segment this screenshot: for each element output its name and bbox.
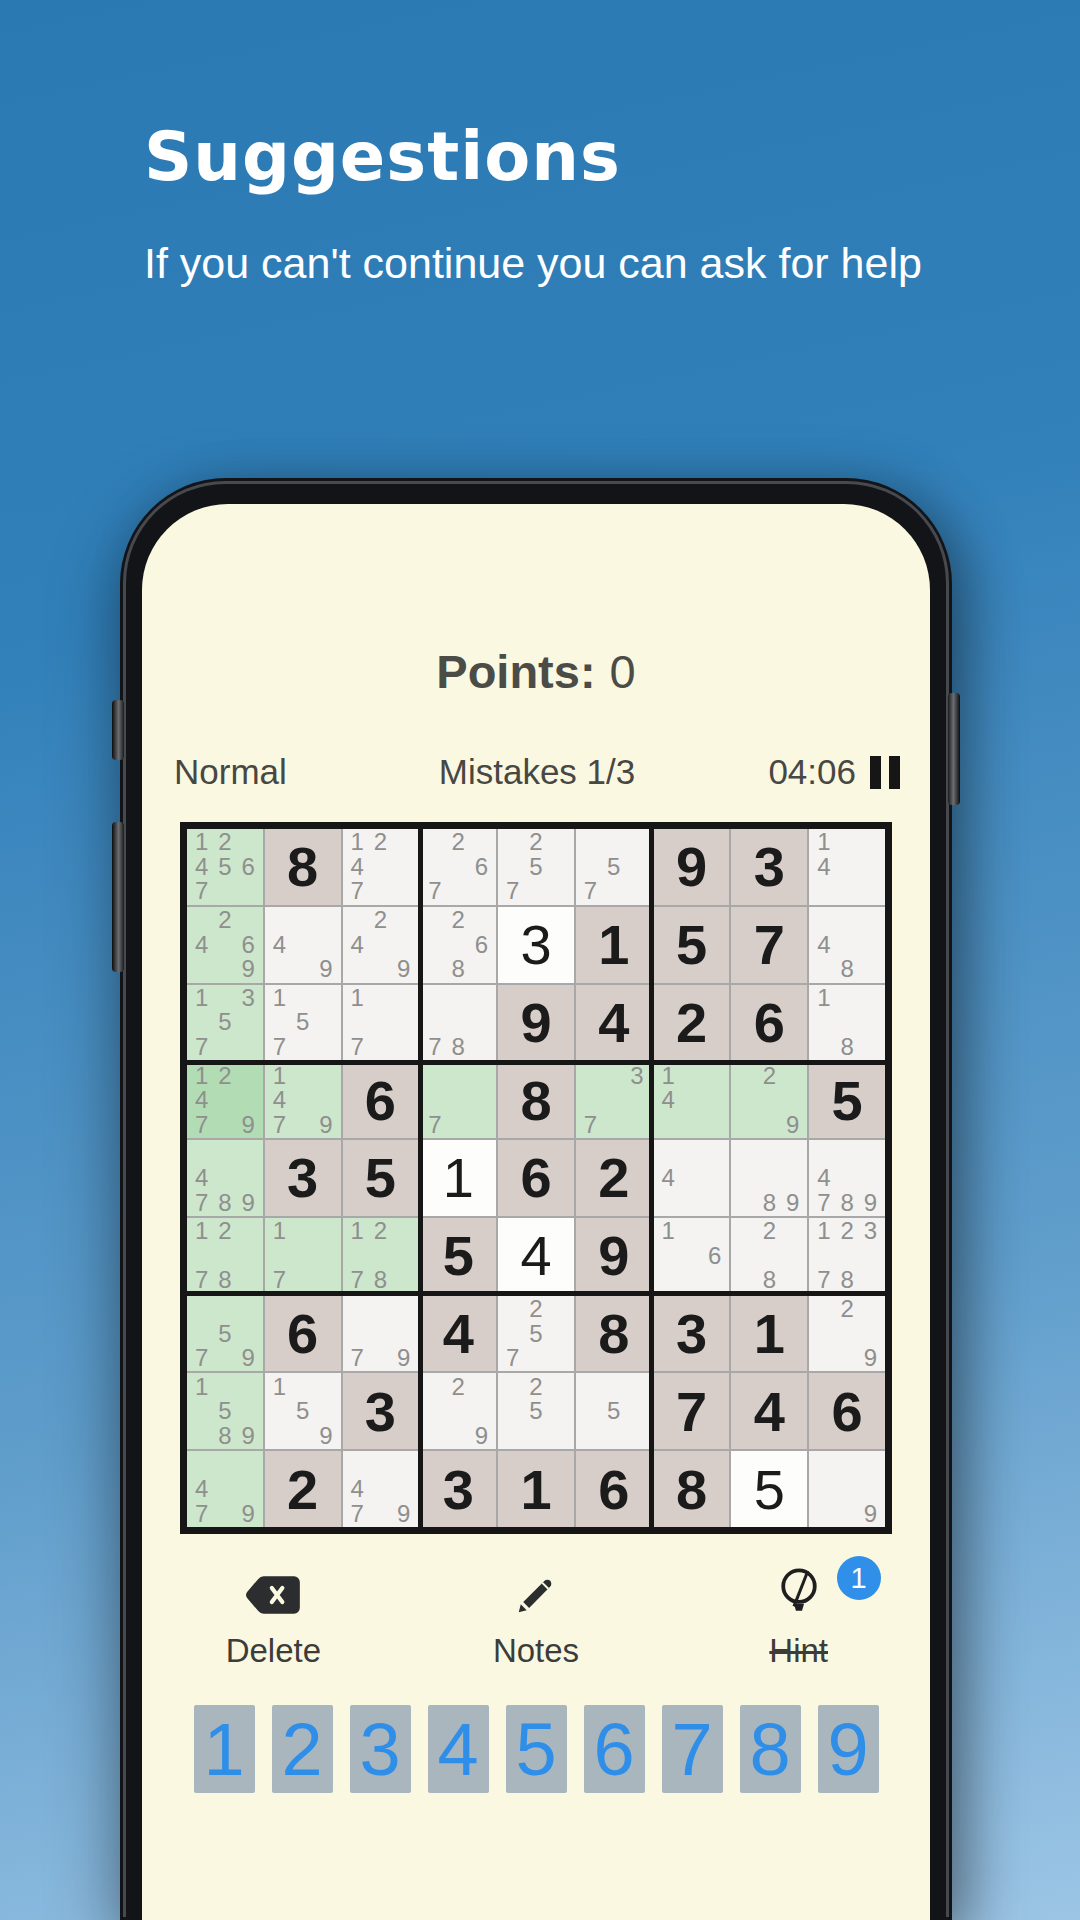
note-digit: 7 xyxy=(812,1190,835,1215)
note-digit: 7 xyxy=(190,1346,213,1371)
user-digit: 4 xyxy=(498,1218,574,1294)
note-digit: 1 xyxy=(190,1374,213,1399)
note-digit: 9 xyxy=(781,1113,804,1138)
note-digit: 2 xyxy=(447,830,470,855)
cell-r9c5[interactable]: 1 xyxy=(498,1451,574,1527)
given-digit: 4 xyxy=(576,985,652,1061)
note-digit: 9 xyxy=(314,1424,337,1449)
note-digit: 4 xyxy=(346,1477,369,1502)
cell-r5c3[interactable]: 5 xyxy=(343,1140,419,1216)
note-digit: 2 xyxy=(213,830,236,855)
pencil-notes: 1589 xyxy=(190,1374,260,1448)
note-digit: 3 xyxy=(859,1219,882,1244)
numpad-key-9[interactable]: 9 xyxy=(818,1705,879,1793)
note-digit: 4 xyxy=(812,1166,835,1191)
pencil-notes: 29 xyxy=(423,1374,493,1448)
note-digit: 7 xyxy=(346,879,369,904)
note-digit: 6 xyxy=(237,855,260,880)
note-digit: 2 xyxy=(369,830,392,855)
pencil-notes: 1278 xyxy=(346,1219,416,1293)
numpad-key-6[interactable]: 6 xyxy=(584,1705,645,1793)
note-digit: 9 xyxy=(314,957,337,982)
note-digit: 5 xyxy=(524,1321,547,1346)
page-subtitle: If you can't continue you can ask for he… xyxy=(144,234,924,292)
pencil-notes: 79 xyxy=(346,1297,416,1371)
given-digit: 3 xyxy=(420,1451,496,1527)
note-digit: 4 xyxy=(190,932,213,957)
notes-label: Notes xyxy=(493,1632,579,1670)
given-digit: 2 xyxy=(265,1451,341,1527)
pencil-notes: 4 xyxy=(657,1141,727,1215)
note-digit: 1 xyxy=(812,986,835,1011)
cell-r4c1[interactable]: 12479 xyxy=(187,1062,263,1138)
note-digit: 2 xyxy=(447,1374,470,1399)
pencil-notes: 48 xyxy=(812,908,882,982)
cell-r3c6[interactable]: 4 xyxy=(576,985,652,1061)
note-digit: 1 xyxy=(268,1374,291,1399)
note-digit: 8 xyxy=(369,1268,392,1293)
note-digit: 2 xyxy=(835,1219,858,1244)
note-digit: 8 xyxy=(447,1035,470,1060)
cell-r2c2[interactable]: 49 xyxy=(265,907,341,983)
note-digit: 7 xyxy=(501,879,524,904)
cell-r5c4[interactable]: 1 xyxy=(420,1140,496,1216)
cell-r4c6[interactable]: 37 xyxy=(576,1062,652,1138)
note-digit: 7 xyxy=(190,1268,213,1293)
cell-r4c7[interactable]: 14 xyxy=(654,1062,730,1138)
background: Suggestions If you can't continue you ca… xyxy=(0,0,1080,1920)
pencil-notes: 1479 xyxy=(268,1063,338,1137)
given-digit: 4 xyxy=(731,1373,807,1449)
given-digit: 3 xyxy=(654,1296,730,1372)
cell-r5c7[interactable]: 4 xyxy=(654,1140,730,1216)
note-digit: 8 xyxy=(213,1190,236,1215)
cell-r5c1[interactable]: 4789 xyxy=(187,1140,263,1216)
cell-r5c8[interactable]: 89 xyxy=(731,1140,807,1216)
note-digit: 9 xyxy=(392,1346,415,1371)
cell-r8c8[interactable]: 4 xyxy=(731,1373,807,1449)
cell-r1c8[interactable]: 3 xyxy=(731,829,807,905)
note-digit: 2 xyxy=(835,1297,858,1322)
cell-r8c2[interactable]: 159 xyxy=(265,1373,341,1449)
cell-r1c6[interactable]: 57 xyxy=(576,829,652,905)
cell-r1c2[interactable]: 8 xyxy=(265,829,341,905)
cell-r1c7[interactable]: 9 xyxy=(654,829,730,905)
hero: Suggestions If you can't continue you ca… xyxy=(144,118,1000,292)
cell-r7c1[interactable]: 579 xyxy=(187,1296,263,1372)
note-digit: 7 xyxy=(812,1268,835,1293)
cell-r9c4[interactable]: 3 xyxy=(420,1451,496,1527)
note-digit: 7 xyxy=(579,879,602,904)
cell-r5c6[interactable]: 2 xyxy=(576,1140,652,1216)
points-label: Points: xyxy=(436,645,595,698)
note-digit: 6 xyxy=(470,932,493,957)
note-digit: 8 xyxy=(447,957,470,982)
note-digit: 2 xyxy=(213,908,236,933)
pencil-notes: 157 xyxy=(268,986,338,1060)
numpad-key-2[interactable]: 2 xyxy=(272,1705,333,1793)
cell-r6c3[interactable]: 1278 xyxy=(343,1218,419,1294)
cell-r7c4[interactable]: 4 xyxy=(420,1296,496,1372)
given-digit: 6 xyxy=(343,1062,419,1138)
note-digit: 8 xyxy=(758,1268,781,1293)
note-digit: 7 xyxy=(190,879,213,904)
given-digit: 9 xyxy=(654,829,730,905)
given-digit: 8 xyxy=(498,1062,574,1138)
given-digit: 6 xyxy=(265,1296,341,1372)
cell-r9c6[interactable]: 6 xyxy=(576,1451,652,1527)
note-digit: 2 xyxy=(524,1374,547,1399)
note-digit: 9 xyxy=(237,1424,260,1449)
note-digit: 5 xyxy=(213,1010,236,1035)
pencil-notes: 2469 xyxy=(190,908,260,982)
note-digit: 7 xyxy=(268,1268,291,1293)
cell-r6c7[interactable]: 16 xyxy=(654,1218,730,1294)
note-digit: 1 xyxy=(268,986,291,1011)
given-digit: 1 xyxy=(498,1451,574,1527)
cell-r2c8[interactable]: 7 xyxy=(731,907,807,983)
cell-r8c5[interactable]: 25 xyxy=(498,1373,574,1449)
pencil-notes: 29 xyxy=(734,1063,804,1137)
note-digit: 1 xyxy=(268,1063,291,1088)
note-digit: 5 xyxy=(524,1399,547,1424)
cell-r8c7[interactable]: 7 xyxy=(654,1373,730,1449)
cell-r4c9[interactable]: 5 xyxy=(809,1062,885,1138)
pencil-notes: 5 xyxy=(579,1374,649,1448)
cell-r4c8[interactable]: 29 xyxy=(731,1062,807,1138)
note-digit: 7 xyxy=(346,1035,369,1060)
lightbulb-slash-icon xyxy=(773,1566,825,1624)
cell-r2c3[interactable]: 249 xyxy=(343,907,419,983)
note-digit: 8 xyxy=(758,1190,781,1215)
given-digit: 6 xyxy=(809,1373,885,1449)
note-digit: 9 xyxy=(470,1424,493,1449)
note-digit: 8 xyxy=(835,1268,858,1293)
cell-r7c5[interactable]: 257 xyxy=(498,1296,574,1372)
note-digit: 8 xyxy=(835,1035,858,1060)
note-digit: 9 xyxy=(237,1113,260,1138)
note-digit: 4 xyxy=(268,932,291,957)
cell-r1c9[interactable]: 14 xyxy=(809,829,885,905)
pencil-notes: 89 xyxy=(734,1141,804,1215)
pencil-notes: 124567 xyxy=(190,830,260,904)
pencil-notes: 37 xyxy=(579,1063,649,1137)
cell-r2c9[interactable]: 48 xyxy=(809,907,885,983)
note-digit: 4 xyxy=(190,855,213,880)
pencil-icon xyxy=(513,1572,559,1618)
pencil-notes: 4789 xyxy=(190,1141,260,1215)
cell-r3c4[interactable]: 78 xyxy=(420,985,496,1061)
note-digit: 2 xyxy=(758,1219,781,1244)
cell-r3c2[interactable]: 157 xyxy=(265,985,341,1061)
note-digit: 1 xyxy=(190,830,213,855)
cell-r5c9[interactable]: 4789 xyxy=(809,1140,885,1216)
points-display: Points:0 xyxy=(142,644,930,699)
notes-button[interactable]: Notes xyxy=(405,1566,668,1670)
given-digit: 3 xyxy=(343,1373,419,1449)
note-digit: 6 xyxy=(470,855,493,880)
cell-r3c7[interactable]: 2 xyxy=(654,985,730,1061)
cell-r4c2[interactable]: 1479 xyxy=(265,1062,341,1138)
note-digit: 4 xyxy=(346,855,369,880)
given-digit: 5 xyxy=(420,1218,496,1294)
cell-r6c9[interactable]: 12378 xyxy=(809,1218,885,1294)
numpad-key-7[interactable]: 7 xyxy=(662,1705,723,1793)
note-digit: 2 xyxy=(524,1297,547,1322)
pencil-notes: 28 xyxy=(734,1219,804,1293)
pencil-notes: 1357 xyxy=(190,986,260,1060)
given-digit: 7 xyxy=(654,1373,730,1449)
note-digit: 8 xyxy=(835,1190,858,1215)
cell-r5c2[interactable]: 3 xyxy=(265,1140,341,1216)
cell-r2c7[interactable]: 5 xyxy=(654,907,730,983)
given-digit: 4 xyxy=(420,1296,496,1372)
pencil-notes: 12479 xyxy=(190,1063,260,1137)
cell-r2c4[interactable]: 268 xyxy=(420,907,496,983)
note-digit: 9 xyxy=(237,1501,260,1526)
note-digit: 1 xyxy=(812,1219,835,1244)
given-digit: 3 xyxy=(265,1140,341,1216)
note-digit: 7 xyxy=(268,1035,291,1060)
note-digit: 1 xyxy=(346,830,369,855)
number-pad: 123456789 xyxy=(142,1705,930,1793)
hint-count-badge: 1 xyxy=(837,1556,881,1600)
cell-r6c5[interactable]: 4 xyxy=(498,1218,574,1294)
given-digit: 7 xyxy=(731,907,807,983)
note-digit: 5 xyxy=(213,855,236,880)
cell-r8c6[interactable]: 5 xyxy=(576,1373,652,1449)
numpad-key-4[interactable]: 4 xyxy=(428,1705,489,1793)
cell-r4c4[interactable]: 7 xyxy=(420,1062,496,1138)
timer-value: 04:06 xyxy=(768,752,856,792)
note-digit: 1 xyxy=(657,1063,680,1088)
user-digit: 3 xyxy=(498,907,574,983)
cell-r8c9[interactable]: 6 xyxy=(809,1373,885,1449)
hint-button[interactable]: 1 Hint xyxy=(667,1566,930,1670)
note-digit: 9 xyxy=(237,957,260,982)
note-digit: 2 xyxy=(369,908,392,933)
note-digit: 6 xyxy=(237,932,260,957)
pencil-notes: 29 xyxy=(812,1297,882,1371)
cell-r7c2[interactable]: 6 xyxy=(265,1296,341,1372)
given-digit: 1 xyxy=(576,907,652,983)
note-digit: 1 xyxy=(268,1219,291,1244)
pencil-notes: 17 xyxy=(346,986,416,1060)
difficulty-label: Normal xyxy=(174,752,416,792)
given-digit: 6 xyxy=(576,1451,652,1527)
note-digit: 7 xyxy=(346,1346,369,1371)
cell-r5c5[interactable]: 6 xyxy=(498,1140,574,1216)
note-digit: 7 xyxy=(190,1190,213,1215)
note-digit: 7 xyxy=(423,1035,446,1060)
note-digit: 9 xyxy=(859,1501,882,1526)
note-digit: 1 xyxy=(657,1219,680,1244)
given-digit: 2 xyxy=(654,985,730,1061)
note-digit: 4 xyxy=(190,1477,213,1502)
note-digit: 9 xyxy=(237,1190,260,1215)
pencil-notes: 1247 xyxy=(346,830,416,904)
note-digit: 1 xyxy=(812,830,835,855)
pencil-notes: 78 xyxy=(423,986,493,1060)
volume-button xyxy=(112,822,124,972)
power-button xyxy=(948,693,960,805)
cell-r2c6[interactable]: 1 xyxy=(576,907,652,983)
note-digit: 4 xyxy=(268,1088,291,1113)
numpad-key-3[interactable]: 3 xyxy=(350,1705,411,1793)
note-digit: 6 xyxy=(703,1243,726,1268)
pencil-notes: 57 xyxy=(579,830,649,904)
cell-r6c6[interactable]: 9 xyxy=(576,1218,652,1294)
cell-r7c3[interactable]: 79 xyxy=(343,1296,419,1372)
pencil-notes: 18 xyxy=(812,986,882,1060)
cell-r7c9[interactable]: 29 xyxy=(809,1296,885,1372)
delete-button[interactable]: Delete xyxy=(142,1566,405,1670)
cell-r2c1[interactable]: 2469 xyxy=(187,907,263,983)
cell-r6c8[interactable]: 28 xyxy=(731,1218,807,1294)
note-digit: 5 xyxy=(213,1321,236,1346)
note-digit: 1 xyxy=(190,1219,213,1244)
note-digit: 2 xyxy=(447,908,470,933)
given-digit: 9 xyxy=(576,1218,652,1294)
note-digit: 5 xyxy=(291,1399,314,1424)
note-digit: 1 xyxy=(190,986,213,1011)
note-digit: 9 xyxy=(392,957,415,982)
points-value: 0 xyxy=(610,645,636,698)
note-digit: 1 xyxy=(346,986,369,1011)
pencil-notes: 49 xyxy=(268,908,338,982)
cell-r7c7[interactable]: 3 xyxy=(654,1296,730,1372)
cell-r3c1[interactable]: 1357 xyxy=(187,985,263,1061)
pencil-notes: 1278 xyxy=(190,1219,260,1293)
note-digit: 5 xyxy=(524,855,547,880)
cell-r2c5[interactable]: 3 xyxy=(498,907,574,983)
status-bar: Normal Mistakes 1/3 04:06 xyxy=(174,752,900,792)
pencil-notes: 4789 xyxy=(812,1141,882,1215)
cell-r3c9[interactable]: 18 xyxy=(809,985,885,1061)
pencil-notes: 268 xyxy=(423,908,493,982)
given-digit: 5 xyxy=(343,1140,419,1216)
cell-r6c1[interactable]: 1278 xyxy=(187,1218,263,1294)
phone-mockup: Points:0 Normal Mistakes 1/3 04:06 12456… xyxy=(120,478,952,1920)
sudoku-board: 1245678124726725757931424694924926831574… xyxy=(180,822,892,1534)
note-digit: 7 xyxy=(190,1501,213,1526)
pause-button[interactable] xyxy=(870,756,900,789)
given-digit: 8 xyxy=(265,829,341,905)
cell-r6c4[interactable]: 5 xyxy=(420,1218,496,1294)
note-digit: 4 xyxy=(190,1166,213,1191)
given-digit: 5 xyxy=(809,1062,885,1138)
note-digit: 1 xyxy=(346,1219,369,1244)
note-digit: 5 xyxy=(291,1010,314,1035)
cell-r6c2[interactable]: 17 xyxy=(265,1218,341,1294)
note-digit: 5 xyxy=(602,1399,625,1424)
note-digit: 2 xyxy=(369,1219,392,1244)
hint-label: Hint xyxy=(769,1632,828,1670)
cell-r3c5[interactable]: 9 xyxy=(498,985,574,1061)
note-digit: 4 xyxy=(812,932,835,957)
note-digit: 9 xyxy=(314,1113,337,1138)
cell-r7c6[interactable]: 8 xyxy=(576,1296,652,1372)
cell-r3c8[interactable]: 6 xyxy=(731,985,807,1061)
note-digit: 4 xyxy=(346,932,369,957)
cell-r3c3[interactable]: 17 xyxy=(343,985,419,1061)
note-digit: 7 xyxy=(190,1035,213,1060)
note-digit: 7 xyxy=(501,1346,524,1371)
pencil-notes: 267 xyxy=(423,830,493,904)
cell-r1c1[interactable]: 124567 xyxy=(187,829,263,905)
note-digit: 8 xyxy=(835,957,858,982)
cell-r1c4[interactable]: 267 xyxy=(420,829,496,905)
note-digit: 2 xyxy=(758,1063,781,1088)
given-digit: 9 xyxy=(498,985,574,1061)
given-digit: 1 xyxy=(731,1296,807,1372)
cell-r4c3[interactable]: 6 xyxy=(343,1062,419,1138)
volume-button xyxy=(112,700,124,760)
pencil-notes: 257 xyxy=(501,1297,571,1371)
cell-r1c5[interactable]: 257 xyxy=(498,829,574,905)
note-digit: 9 xyxy=(237,1346,260,1371)
note-digit: 4 xyxy=(657,1166,680,1191)
note-digit: 7 xyxy=(190,1113,213,1138)
cell-r8c4[interactable]: 29 xyxy=(420,1373,496,1449)
note-digit: 5 xyxy=(213,1399,236,1424)
note-digit: 8 xyxy=(213,1424,236,1449)
cell-r9c2[interactable]: 2 xyxy=(265,1451,341,1527)
note-digit: 1 xyxy=(190,1063,213,1088)
pencil-notes: 159 xyxy=(268,1374,338,1448)
note-digit: 3 xyxy=(237,986,260,1011)
note-digit: 9 xyxy=(392,1501,415,1526)
numpad-key-1[interactable]: 1 xyxy=(194,1705,255,1793)
cell-r8c1[interactable]: 1589 xyxy=(187,1373,263,1449)
note-digit: 9 xyxy=(859,1190,882,1215)
note-digit: 2 xyxy=(524,830,547,855)
given-digit: 6 xyxy=(731,985,807,1061)
note-digit: 7 xyxy=(346,1501,369,1526)
numpad-key-8[interactable]: 8 xyxy=(740,1705,801,1793)
cell-r4c5[interactable]: 8 xyxy=(498,1062,574,1138)
cell-r9c3[interactable]: 479 xyxy=(343,1451,419,1527)
delete-label: Delete xyxy=(226,1632,321,1670)
note-digit: 8 xyxy=(213,1268,236,1293)
pencil-notes: 479 xyxy=(346,1452,416,1526)
note-digit: 4 xyxy=(657,1088,680,1113)
cell-r1c3[interactable]: 1247 xyxy=(343,829,419,905)
user-digit: 5 xyxy=(731,1451,807,1527)
pencil-notes: 479 xyxy=(190,1452,260,1526)
mistakes-label: Mistakes 1/3 xyxy=(416,752,658,792)
cell-r7c8[interactable]: 1 xyxy=(731,1296,807,1372)
pencil-notes: 25 xyxy=(501,1374,571,1448)
pencil-notes: 7 xyxy=(423,1063,493,1137)
cell-r9c1[interactable]: 479 xyxy=(187,1451,263,1527)
cell-r9c8[interactable]: 5 xyxy=(731,1451,807,1527)
cell-r8c3[interactable]: 3 xyxy=(343,1373,419,1449)
user-digit: 1 xyxy=(420,1140,496,1216)
pencil-notes: 579 xyxy=(190,1297,260,1371)
page-title: Suggestions xyxy=(144,118,1000,196)
backspace-icon xyxy=(245,1575,301,1615)
note-digit: 7 xyxy=(423,879,446,904)
note-digit: 7 xyxy=(423,1113,446,1138)
pencil-notes: 17 xyxy=(268,1219,338,1293)
cell-r9c7[interactable]: 8 xyxy=(654,1451,730,1527)
note-digit: 4 xyxy=(190,1088,213,1113)
numpad-key-5[interactable]: 5 xyxy=(506,1705,567,1793)
given-digit: 2 xyxy=(576,1140,652,1216)
note-digit: 4 xyxy=(812,855,835,880)
cell-r9c9[interactable]: 9 xyxy=(809,1451,885,1527)
